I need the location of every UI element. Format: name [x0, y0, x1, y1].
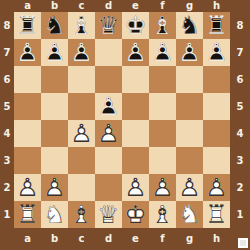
square-e8[interactable]: ♚♔ [122, 12, 149, 39]
square-d7[interactable] [95, 39, 122, 66]
square-g4[interactable] [176, 120, 203, 147]
rank-label-2: 2 [0, 174, 14, 201]
square-a4[interactable] [14, 120, 41, 147]
piece-outline-glyph: ♙ [149, 174, 176, 201]
black-rook-a8[interactable]: ♜♖ [14, 12, 41, 39]
white-pawn-g2[interactable]: ♟♙ [176, 174, 203, 201]
square-f3[interactable] [149, 147, 176, 174]
white-queen-d1[interactable]: ♛♕ [95, 201, 122, 228]
piece-outline-glyph: ♖ [14, 201, 41, 228]
piece-outline-glyph: ♙ [41, 39, 68, 66]
black-bishop-f8[interactable]: ♝♗ [149, 12, 176, 39]
square-f1[interactable]: ♝♗ [149, 201, 176, 228]
square-g8[interactable]: ♞♘ [176, 12, 203, 39]
square-c5[interactable] [68, 93, 95, 120]
rank-label-4: 4 [230, 120, 250, 147]
square-c1[interactable]: ♝♗ [68, 201, 95, 228]
rank-label-3: 3 [230, 147, 250, 174]
rank-label-5: 5 [0, 93, 14, 120]
file-label-g: g [176, 228, 203, 250]
square-h2[interactable]: ♟♙ [203, 174, 230, 201]
piece-outline-glyph: ♘ [41, 12, 68, 39]
file-label-d: d [95, 228, 122, 250]
file-label-a: a [14, 228, 41, 250]
square-d4[interactable]: ♟♙ [95, 120, 122, 147]
square-d5[interactable]: ♟♙ [95, 93, 122, 120]
square-b7[interactable]: ♟♙ [41, 39, 68, 66]
square-c8[interactable]: ♝♗ [68, 12, 95, 39]
rank-label-8: 8 [0, 12, 14, 39]
square-d1[interactable]: ♛♕ [95, 201, 122, 228]
piece-outline-glyph: ♗ [149, 201, 176, 228]
piece-outline-glyph: ♘ [176, 12, 203, 39]
square-h5[interactable] [203, 93, 230, 120]
white-pawn-d4[interactable]: ♟♙ [95, 120, 122, 147]
square-a1[interactable]: ♜♖ [14, 201, 41, 228]
piece-outline-glyph: ♙ [203, 39, 230, 66]
rank-label-3: 3 [0, 147, 14, 174]
rank-label-4: 4 [0, 120, 14, 147]
rank-label-8: 8 [230, 12, 250, 39]
square-g3[interactable] [176, 147, 203, 174]
square-a2[interactable]: ♟♙ [14, 174, 41, 201]
square-d6[interactable] [95, 66, 122, 93]
square-b6[interactable] [41, 66, 68, 93]
square-f5[interactable] [149, 93, 176, 120]
square-a6[interactable] [14, 66, 41, 93]
piece-outline-glyph: ♙ [176, 174, 203, 201]
square-c2[interactable] [68, 174, 95, 201]
file-label-h: h [203, 228, 230, 250]
file-label-f: f [149, 228, 176, 250]
square-g5[interactable] [176, 93, 203, 120]
square-h1[interactable]: ♜♖ [203, 201, 230, 228]
square-f4[interactable] [149, 120, 176, 147]
square-f2[interactable]: ♟♙ [149, 174, 176, 201]
piece-outline-glyph: ♙ [122, 39, 149, 66]
piece-outline-glyph: ♕ [95, 201, 122, 228]
piece-outline-glyph: ♙ [149, 39, 176, 66]
piece-outline-glyph: ♔ [122, 201, 149, 228]
square-a7[interactable]: ♟♙ [14, 39, 41, 66]
black-bishop-c8[interactable]: ♝♗ [68, 12, 95, 39]
square-e4[interactable] [122, 120, 149, 147]
white-rook-h1[interactable]: ♜♖ [203, 201, 230, 228]
square-f6[interactable] [149, 66, 176, 93]
rank-label-6: 6 [0, 66, 14, 93]
white-pawn-b2[interactable]: ♟♙ [41, 174, 68, 201]
rank-label-7: 7 [230, 39, 250, 66]
square-e2[interactable]: ♟♙ [122, 174, 149, 201]
square-d3[interactable] [95, 147, 122, 174]
piece-outline-glyph: ♙ [14, 174, 41, 201]
square-d2[interactable] [95, 174, 122, 201]
white-pawn-e2[interactable]: ♟♙ [122, 174, 149, 201]
piece-outline-glyph: ♙ [41, 174, 68, 201]
square-b1[interactable]: ♞♘ [41, 201, 68, 228]
piece-outline-glyph: ♙ [68, 120, 95, 147]
piece-outline-glyph: ♗ [68, 12, 95, 39]
piece-outline-glyph: ♙ [95, 93, 122, 120]
square-b4[interactable] [41, 120, 68, 147]
white-pawn-c4[interactable]: ♟♙ [68, 120, 95, 147]
white-king-e1[interactable]: ♚♔ [122, 201, 149, 228]
square-e5[interactable] [122, 93, 149, 120]
white-knight-b1[interactable]: ♞♘ [41, 201, 68, 228]
rank-labels-right: 87654321 [230, 12, 250, 228]
black-queen-d8[interactable]: ♛♕ [95, 12, 122, 39]
square-g6[interactable] [176, 66, 203, 93]
square-b3[interactable] [41, 147, 68, 174]
square-e1[interactable]: ♚♔ [122, 201, 149, 228]
square-e7[interactable]: ♟♙ [122, 39, 149, 66]
square-h7[interactable]: ♟♙ [203, 39, 230, 66]
black-rook-h8[interactable]: ♜♖ [203, 12, 230, 39]
white-bishop-c1[interactable]: ♝♗ [68, 201, 95, 228]
square-g7[interactable]: ♟♙ [176, 39, 203, 66]
rank-labels-left: 87654321 [0, 12, 14, 228]
piece-outline-glyph: ♘ [176, 201, 203, 228]
piece-outline-glyph: ♖ [203, 12, 230, 39]
square-c7[interactable]: ♟♙ [68, 39, 95, 66]
black-pawn-e7[interactable]: ♟♙ [122, 39, 149, 66]
piece-outline-glyph: ♗ [149, 12, 176, 39]
square-c4[interactable]: ♟♙ [68, 120, 95, 147]
rank-label-5: 5 [230, 93, 250, 120]
piece-outline-glyph: ♙ [203, 174, 230, 201]
square-a5[interactable] [14, 93, 41, 120]
piece-outline-glyph: ♗ [68, 201, 95, 228]
black-pawn-d5[interactable]: ♟♙ [95, 93, 122, 120]
square-b8[interactable]: ♞♘ [41, 12, 68, 39]
black-pawn-h7[interactable]: ♟♙ [203, 39, 230, 66]
chess-board[interactable]: ♜♖♞♘♝♗♛♕♚♔♝♗♞♘♜♖♟♙♟♙♟♙♟♙♟♙♟♙♟♙♟♙♟♙♟♙♟♙♟♙… [14, 12, 230, 228]
black-knight-b8[interactable]: ♞♘ [41, 12, 68, 39]
black-pawn-c7[interactable]: ♟♙ [68, 39, 95, 66]
square-b2[interactable]: ♟♙ [41, 174, 68, 201]
square-g2[interactable]: ♟♙ [176, 174, 203, 201]
square-c6[interactable] [68, 66, 95, 93]
piece-outline-glyph: ♙ [14, 39, 41, 66]
black-pawn-f7[interactable]: ♟♙ [149, 39, 176, 66]
file-label-c: c [68, 228, 95, 250]
piece-outline-glyph: ♖ [14, 12, 41, 39]
file-label-b: b [41, 228, 68, 250]
square-e3[interactable] [122, 147, 149, 174]
square-b5[interactable] [41, 93, 68, 120]
black-pawn-b7[interactable]: ♟♙ [41, 39, 68, 66]
white-pawn-f2[interactable]: ♟♙ [149, 174, 176, 201]
square-d8[interactable]: ♛♕ [95, 12, 122, 39]
square-f7[interactable]: ♟♙ [149, 39, 176, 66]
rank-label-1: 1 [230, 201, 250, 228]
square-h3[interactable] [203, 147, 230, 174]
black-king-e8[interactable]: ♚♔ [122, 12, 149, 39]
black-pawn-a7[interactable]: ♟♙ [14, 39, 41, 66]
rank-label-2: 2 [230, 174, 250, 201]
rank-label-1: 1 [0, 201, 14, 228]
piece-outline-glyph: ♖ [203, 201, 230, 228]
piece-outline-glyph: ♙ [95, 120, 122, 147]
black-knight-g8[interactable]: ♞♘ [176, 12, 203, 39]
piece-outline-glyph: ♔ [122, 12, 149, 39]
piece-outline-glyph: ♙ [176, 39, 203, 66]
square-f8[interactable]: ♝♗ [149, 12, 176, 39]
piece-outline-glyph: ♙ [68, 39, 95, 66]
chess-diagram: abcdefgh abcdefgh 87654321 87654321 ♜♖♞♘… [0, 0, 250, 250]
black-pawn-g7[interactable]: ♟♙ [176, 39, 203, 66]
piece-outline-glyph: ♘ [41, 201, 68, 228]
rank-label-6: 6 [230, 66, 250, 93]
square-h8[interactable]: ♜♖ [203, 12, 230, 39]
rank-label-7: 7 [0, 39, 14, 66]
square-h6[interactable] [203, 66, 230, 93]
square-h4[interactable] [203, 120, 230, 147]
white-rook-a1[interactable]: ♜♖ [14, 201, 41, 228]
white-knight-g1[interactable]: ♞♘ [176, 201, 203, 228]
square-e6[interactable] [122, 66, 149, 93]
piece-outline-glyph: ♕ [95, 12, 122, 39]
white-pawn-a2[interactable]: ♟♙ [14, 174, 41, 201]
square-g1[interactable]: ♞♘ [176, 201, 203, 228]
file-label-e: e [122, 228, 149, 250]
square-a3[interactable] [14, 147, 41, 174]
white-bishop-f1[interactable]: ♝♗ [149, 201, 176, 228]
file-labels-bottom: abcdefgh [14, 228, 230, 250]
square-c3[interactable] [68, 147, 95, 174]
square-a8[interactable]: ♜♖ [14, 12, 41, 39]
white-pawn-h2[interactable]: ♟♙ [203, 174, 230, 201]
piece-outline-glyph: ♙ [122, 174, 149, 201]
side-to-move-indicator [238, 238, 248, 248]
